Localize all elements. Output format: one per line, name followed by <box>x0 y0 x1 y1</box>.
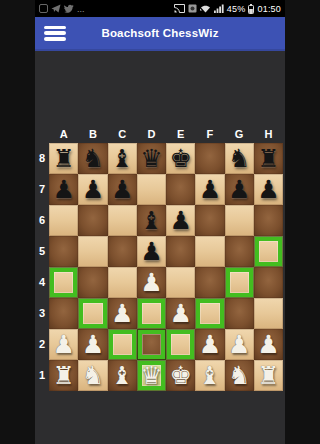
square-g2[interactable]: ♟ <box>225 329 254 360</box>
black-king-e8: ♚ <box>166 143 195 174</box>
rank-label-2: 2 <box>35 329 49 360</box>
square-h7[interactable]: ♟ <box>254 174 283 205</box>
square-b4[interactable] <box>78 267 107 298</box>
square-d3[interactable] <box>137 298 166 329</box>
black-bishop-d6: ♝ <box>137 205 166 236</box>
black-rook-a8: ♜ <box>49 143 78 174</box>
square-d1[interactable]: ♛ <box>137 360 166 391</box>
square-a5[interactable] <box>49 236 78 267</box>
square-e3[interactable]: ♟ <box>166 298 195 329</box>
status-right-icons: 45% 01:50 <box>174 4 281 14</box>
white-pawn-a2: ♟ <box>49 329 78 360</box>
square-f8[interactable] <box>195 143 224 174</box>
square-d6[interactable]: ♝ <box>137 205 166 236</box>
square-h8[interactable]: ♜ <box>254 143 283 174</box>
square-f1[interactable]: ♝ <box>195 360 224 391</box>
square-a7[interactable]: ♟ <box>49 174 78 205</box>
white-pawn-c3: ♟ <box>108 298 137 329</box>
white-king-e1: ♚ <box>166 360 195 391</box>
white-rook-a1: ♜ <box>49 360 78 391</box>
app-title: Boachsoft ChessWiz <box>35 27 285 39</box>
photo-icon <box>188 4 197 13</box>
black-pawn-c7: ♟ <box>108 174 137 205</box>
status-bar: ... 45% 01:50 <box>35 0 285 17</box>
phone-screen: ... 45% 01:50 Boachsoft ChessWiz ABCDEFG… <box>35 0 285 444</box>
square-h4[interactable] <box>254 267 283 298</box>
white-knight-g1: ♞ <box>225 360 254 391</box>
square-b5[interactable] <box>78 236 107 267</box>
black-pawn-e6: ♟ <box>166 205 195 236</box>
file-labels: ABCDEFGH <box>49 126 283 142</box>
twitter-icon <box>64 4 74 13</box>
square-a1[interactable]: ♜ <box>49 360 78 391</box>
file-label-h: H <box>254 126 283 142</box>
square-c4[interactable] <box>108 267 137 298</box>
square-c7[interactable]: ♟ <box>108 174 137 205</box>
white-bishop-c1: ♝ <box>108 360 137 391</box>
square-e7[interactable] <box>166 174 195 205</box>
square-d8[interactable]: ♛ <box>137 143 166 174</box>
square-a6[interactable] <box>49 205 78 236</box>
square-f4[interactable] <box>195 267 224 298</box>
square-c1[interactable]: ♝ <box>108 360 137 391</box>
black-pawn-a7: ♟ <box>49 174 78 205</box>
white-pawn-g2: ♟ <box>225 329 254 360</box>
notification-app-icon <box>39 4 48 13</box>
white-pawn-b2: ♟ <box>78 329 107 360</box>
square-g7[interactable]: ♟ <box>225 174 254 205</box>
black-pawn-f7: ♟ <box>195 174 224 205</box>
rank-label-7: 7 <box>35 174 49 205</box>
rank-label-5: 5 <box>35 236 49 267</box>
square-f2[interactable]: ♟ <box>195 329 224 360</box>
black-queen-d8: ♛ <box>137 143 166 174</box>
square-d4[interactable]: ♟ <box>137 267 166 298</box>
white-pawn-d4: ♟ <box>137 267 166 298</box>
white-bishop-f1: ♝ <box>195 360 224 391</box>
black-pawn-h7: ♟ <box>254 174 283 205</box>
black-pawn-b7: ♟ <box>78 174 107 205</box>
square-g1[interactable]: ♞ <box>225 360 254 391</box>
status-left-icons: ... <box>39 4 85 13</box>
square-a3[interactable] <box>49 298 78 329</box>
square-a4[interactable] <box>49 267 78 298</box>
battery-percent: 45% <box>227 4 246 14</box>
file-label-d: D <box>137 126 166 142</box>
app-bar: Boachsoft ChessWiz <box>35 17 285 51</box>
telegram-icon <box>51 4 61 13</box>
black-rook-h8: ♜ <box>254 143 283 174</box>
file-label-b: B <box>78 126 107 142</box>
black-pawn-g7: ♟ <box>225 174 254 205</box>
battery-icon <box>248 4 254 14</box>
square-h1[interactable]: ♜ <box>254 360 283 391</box>
black-knight-b8: ♞ <box>78 143 107 174</box>
square-f5[interactable] <box>195 236 224 267</box>
rank-label-8: 8 <box>35 143 49 174</box>
square-c2[interactable] <box>108 329 137 360</box>
white-rook-h1: ♜ <box>254 360 283 391</box>
rank-label-6: 6 <box>35 205 49 236</box>
signal-icon <box>214 4 224 13</box>
square-f7[interactable]: ♟ <box>195 174 224 205</box>
white-pawn-h2: ♟ <box>254 329 283 360</box>
square-d7[interactable] <box>137 174 166 205</box>
square-b1[interactable]: ♞ <box>78 360 107 391</box>
square-b2[interactable]: ♟ <box>78 329 107 360</box>
square-e6[interactable]: ♟ <box>166 205 195 236</box>
square-a8[interactable]: ♜ <box>49 143 78 174</box>
cast-icon <box>174 4 185 13</box>
chess-board: ♜♞♝♛♚♞♜♟♟♟♟♟♟♝♟♟♟♟♟♟♟♟♟♟♜♞♝♛♚♝♞♜ <box>49 143 283 391</box>
square-c3[interactable]: ♟ <box>108 298 137 329</box>
square-h2[interactable]: ♟ <box>254 329 283 360</box>
square-h6[interactable] <box>254 205 283 236</box>
rank-labels: 87654321 <box>35 143 49 391</box>
file-label-g: G <box>225 126 254 142</box>
square-h3[interactable] <box>254 298 283 329</box>
clock-time: 01:50 <box>257 4 281 14</box>
file-label-c: C <box>108 126 137 142</box>
square-g5[interactable] <box>225 236 254 267</box>
square-c6[interactable] <box>108 205 137 236</box>
square-g6[interactable] <box>225 205 254 236</box>
rank-label-1: 1 <box>35 360 49 391</box>
square-b3[interactable] <box>78 298 107 329</box>
white-knight-b1: ♞ <box>78 360 107 391</box>
square-f3[interactable] <box>195 298 224 329</box>
square-a2[interactable]: ♟ <box>49 329 78 360</box>
file-label-f: F <box>195 126 224 142</box>
rank-label-4: 4 <box>35 267 49 298</box>
square-c5[interactable] <box>108 236 137 267</box>
square-b6[interactable] <box>78 205 107 236</box>
square-f6[interactable] <box>195 205 224 236</box>
square-b8[interactable]: ♞ <box>78 143 107 174</box>
square-e4[interactable] <box>166 267 195 298</box>
more-notifications-icon: ... <box>77 6 85 12</box>
square-g8[interactable]: ♞ <box>225 143 254 174</box>
wifi-icon <box>200 4 211 13</box>
black-knight-g8: ♞ <box>225 143 254 174</box>
file-label-a: A <box>49 126 78 142</box>
square-e1[interactable]: ♚ <box>166 360 195 391</box>
square-g4[interactable] <box>225 267 254 298</box>
square-d2[interactable] <box>137 329 166 360</box>
square-b7[interactable]: ♟ <box>78 174 107 205</box>
white-pawn-e3: ♟ <box>166 298 195 329</box>
white-queen-d1: ♛ <box>137 360 166 391</box>
square-e8[interactable]: ♚ <box>166 143 195 174</box>
rank-label-3: 3 <box>35 298 49 329</box>
black-bishop-c8: ♝ <box>108 143 137 174</box>
black-pawn-d5: ♟ <box>137 236 166 267</box>
square-e2[interactable] <box>166 329 195 360</box>
white-pawn-f2: ♟ <box>195 329 224 360</box>
square-d5[interactable]: ♟ <box>137 236 166 267</box>
square-e5[interactable] <box>166 236 195 267</box>
square-h5[interactable] <box>254 236 283 267</box>
square-g3[interactable] <box>225 298 254 329</box>
square-c8[interactable]: ♝ <box>108 143 137 174</box>
file-label-e: E <box>166 126 195 142</box>
